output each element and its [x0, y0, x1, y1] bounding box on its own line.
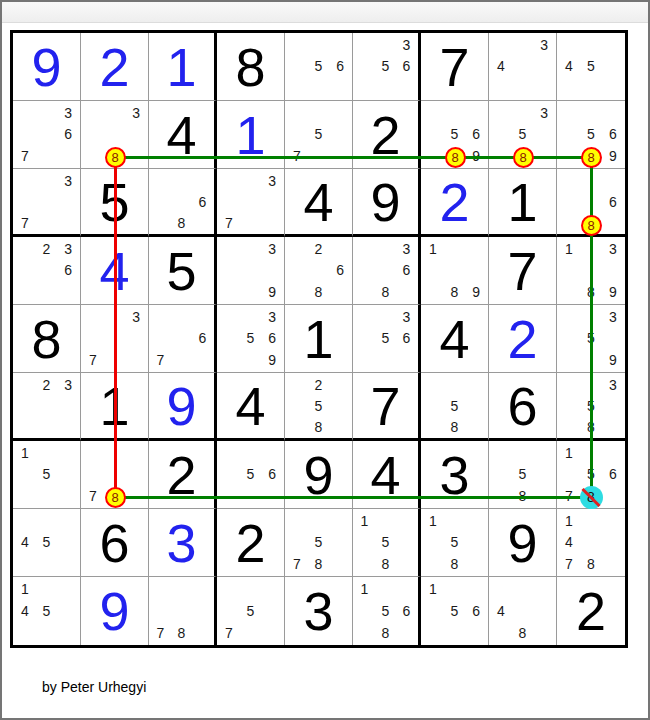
cell-r2c7[interactable]: 5689 [421, 101, 489, 169]
candidate-grid: 15678 [558, 442, 624, 507]
cell-r5c1[interactable]: 8 [13, 305, 81, 373]
candidate-1: 1 [354, 510, 375, 532]
candidate-9: 9 [602, 145, 624, 167]
candidate-8: 8 [580, 416, 602, 437]
candidate-9: 9 [261, 349, 283, 371]
candidate-5: 5 [375, 328, 396, 350]
candidate-9: 9 [602, 349, 624, 371]
candidate-5: 5 [375, 56, 396, 78]
candidate-2: 2 [308, 374, 330, 395]
cell-r5c3[interactable]: 67 [149, 305, 217, 373]
candidate-6: 6 [465, 124, 487, 146]
candidate-7: 7 [558, 553, 580, 575]
cell-r1c3[interactable]: 1 [149, 33, 217, 101]
candidate-grid: 1568 [354, 578, 417, 644]
candidate-1: 1 [558, 510, 580, 532]
candidate-5: 5 [308, 124, 330, 146]
cell-r8c1[interactable]: 45 [13, 509, 81, 577]
candidate-grid: 57 [218, 578, 283, 644]
candidate-5: 5 [580, 328, 602, 350]
cell-r8c2[interactable]: 6 [81, 509, 149, 577]
candidate-5: 5 [444, 395, 466, 416]
candidate-3: 3 [261, 170, 283, 191]
candidate-1: 1 [422, 510, 444, 532]
solved-digit: 7 [489, 237, 556, 304]
candidate-5: 5 [580, 464, 602, 486]
solved-digit: 8 [13, 305, 80, 372]
candidate-7: 7 [286, 553, 308, 575]
candidate-8: 8 [375, 553, 396, 575]
solved-digit: 1 [285, 305, 352, 372]
candidate-3: 3 [57, 238, 79, 260]
candidate-8: 8 [444, 553, 466, 575]
candidate-grid: 258 [286, 374, 351, 437]
cell-r1c7[interactable]: 7 [421, 33, 489, 101]
solved-digit-blue: 1 [217, 101, 284, 168]
candidate-grid: 78 [82, 442, 147, 507]
candidate-grid: 358 [490, 102, 555, 167]
cell-r9c9[interactable]: 2 [557, 577, 625, 645]
cell-r5c7[interactable]: 4 [421, 305, 489, 373]
cell-r6c5[interactable]: 258 [285, 373, 353, 441]
candidate-grid: 3569 [218, 306, 283, 371]
candidate-4: 4 [14, 600, 36, 622]
cell-r5c8[interactable]: 2 [489, 305, 557, 373]
candidate-5: 5 [512, 124, 534, 146]
cell-r4c8[interactable]: 7 [489, 237, 557, 305]
solved-digit-blue: 2 [489, 305, 556, 372]
candidate-grid: 5689 [422, 102, 487, 167]
candidate-8: 8 [444, 416, 466, 437]
candidate-grid: 45 [558, 34, 624, 99]
candidate-grid: 356 [354, 306, 417, 371]
candidate-1: 1 [14, 442, 36, 464]
solved-digit: 4 [149, 101, 214, 168]
candidate-6: 6 [57, 260, 79, 282]
candidate-4: 4 [558, 56, 580, 78]
candidate-3: 3 [57, 374, 79, 395]
candidate-6: 6 [261, 464, 283, 486]
solved-digit: 3 [421, 441, 488, 508]
candidate-8: 8 [308, 416, 330, 437]
candidate-3: 3 [57, 170, 79, 191]
cell-r9c4[interactable]: 57 [217, 577, 285, 645]
candidate-5: 5 [580, 395, 602, 416]
candidate-6: 6 [465, 600, 487, 622]
candidate-6: 6 [396, 56, 417, 78]
cell-r7c6[interactable]: 4 [353, 441, 421, 509]
candidate-7: 7 [558, 485, 580, 507]
candidate-grid: 578 [286, 510, 351, 575]
solved-digit: 4 [285, 169, 352, 234]
cell-r7c4[interactable]: 56 [217, 441, 285, 509]
cell-r6c8[interactable]: 6 [489, 373, 557, 441]
candidate-6: 6 [192, 191, 213, 212]
candidate-grid: 158 [422, 510, 487, 575]
candidate-4: 4 [490, 56, 512, 78]
cell-r4c5[interactable]: 268 [285, 237, 353, 305]
candidate-5: 5 [36, 600, 58, 622]
cell-r6c6[interactable]: 7 [353, 373, 421, 441]
candidate-5: 5 [240, 328, 262, 350]
candidate-6: 6 [57, 124, 79, 146]
candidate-8: 8 [375, 281, 396, 303]
candidate-8: 8 [580, 145, 602, 167]
candidate-3: 3 [396, 306, 417, 328]
candidate-grid: 158 [354, 510, 417, 575]
candidate-grid: 56 [218, 442, 283, 507]
cell-r2c4[interactable]: 1 [217, 101, 285, 169]
cell-r4c3[interactable]: 5 [149, 237, 217, 305]
candidate-grid: 56 [286, 34, 351, 99]
cell-r3c4[interactable]: 37 [217, 169, 285, 237]
candidate-8: 8 [104, 145, 126, 167]
candidate-3: 3 [396, 238, 417, 260]
solved-digit: 6 [81, 509, 148, 576]
candidate-9: 9 [465, 281, 487, 303]
candidate-5: 5 [512, 464, 534, 486]
candidate-3: 3 [261, 306, 283, 328]
candidate-grid: 57 [286, 102, 351, 167]
candidate-6: 6 [329, 56, 351, 78]
candidate-5: 5 [308, 532, 330, 554]
solved-digit: 1 [489, 169, 556, 234]
candidate-7: 7 [82, 349, 104, 371]
cell-r7c8[interactable]: 58 [489, 441, 557, 509]
candidate-grid: 23 [14, 374, 79, 437]
candidate-9: 9 [602, 281, 624, 303]
candidate-4: 4 [14, 532, 36, 554]
candidate-8: 8 [580, 485, 602, 507]
cell-r5c4[interactable]: 3569 [217, 305, 285, 373]
candidate-grid: 268 [286, 238, 351, 303]
cell-r8c5[interactable]: 578 [285, 509, 353, 577]
candidate-grid: 236 [14, 238, 79, 303]
solved-digit: 8 [217, 33, 284, 100]
cell-r1c6[interactable]: 356 [353, 33, 421, 101]
candidate-3: 3 [602, 374, 624, 395]
cell-r6c3[interactable]: 9 [149, 373, 217, 441]
cell-r7c7[interactable]: 3 [421, 441, 489, 509]
solved-digit-blue: 2 [81, 33, 148, 100]
solved-digit: 5 [81, 169, 148, 234]
candidate-5: 5 [444, 600, 466, 622]
candidate-6: 6 [396, 260, 417, 282]
candidate-3: 3 [602, 238, 624, 260]
candidate-3: 3 [261, 238, 283, 260]
candidate-8: 8 [171, 212, 192, 233]
candidate-grid: 34 [490, 34, 555, 99]
candidate-grid: 45 [14, 510, 79, 575]
candidate-8: 8 [308, 281, 330, 303]
cell-r2c5[interactable]: 57 [285, 101, 353, 169]
candidate-5: 5 [240, 600, 262, 622]
solved-digit-blue: 9 [81, 577, 148, 645]
candidate-5: 5 [36, 464, 58, 486]
solved-digit: 9 [353, 169, 418, 234]
cell-r7c5[interactable]: 9 [285, 441, 353, 509]
cell-r9c2[interactable]: 9 [81, 577, 149, 645]
cell-r7c3[interactable]: 2 [149, 441, 217, 509]
candidate-3: 3 [533, 102, 555, 124]
candidate-2: 2 [36, 238, 58, 260]
cell-r6c1[interactable]: 23 [13, 373, 81, 441]
candidate-5: 5 [580, 124, 602, 146]
cell-r9c6[interactable]: 1568 [353, 577, 421, 645]
candidate-1: 1 [422, 578, 444, 600]
candidate-8: 8 [104, 485, 126, 507]
candidate-6: 6 [396, 328, 417, 350]
cell-r2c1[interactable]: 367 [13, 101, 81, 169]
candidate-grid: 189 [422, 238, 487, 303]
cell-r2c6[interactable]: 2 [353, 101, 421, 169]
cell-r5c6[interactable]: 356 [353, 305, 421, 373]
solved-digit: 2 [149, 441, 214, 508]
cell-r8c4[interactable]: 2 [217, 509, 285, 577]
cell-r8c7[interactable]: 158 [421, 509, 489, 577]
candidate-7: 7 [218, 212, 240, 233]
candidate-5: 5 [580, 56, 602, 78]
solved-digit: 2 [557, 577, 625, 645]
candidate-grid: 68 [558, 170, 624, 233]
cell-r4c6[interactable]: 368 [353, 237, 421, 305]
cell-r3c6[interactable]: 9 [353, 169, 421, 237]
solved-digit-blue: 9 [149, 373, 214, 438]
candidate-3: 3 [533, 34, 555, 56]
candidate-grid: 359 [558, 306, 624, 371]
candidate-6: 6 [192, 328, 213, 350]
cell-r5c2[interactable]: 37 [81, 305, 149, 373]
cell-r3c8[interactable]: 1 [489, 169, 557, 237]
cell-r9c7[interactable]: 156 [421, 577, 489, 645]
author-caption: by Peter Urhegyi [42, 679, 146, 695]
cell-r8c8[interactable]: 9 [489, 509, 557, 577]
candidate-5: 5 [308, 56, 330, 78]
candidate-3: 3 [602, 306, 624, 328]
candidate-4: 4 [490, 600, 512, 622]
candidate-grid: 37 [218, 170, 283, 233]
solved-digit: 5 [149, 237, 214, 304]
candidate-3: 3 [396, 34, 417, 56]
solved-digit: 2 [217, 509, 284, 576]
solved-digit: 4 [353, 441, 418, 508]
candidate-grid: 37 [14, 170, 79, 233]
candidate-6: 6 [602, 191, 624, 212]
candidate-grid: 58 [422, 374, 487, 437]
candidate-5: 5 [36, 532, 58, 554]
sudoku-grid: 9218563567344536738415725689358568937568… [13, 33, 625, 645]
solved-digit: 4 [217, 373, 284, 438]
candidate-8: 8 [444, 281, 466, 303]
cell-r2c2[interactable]: 38 [81, 101, 149, 169]
cell-r1c1[interactable]: 9 [13, 33, 81, 101]
cell-r3c5[interactable]: 4 [285, 169, 353, 237]
candidate-7: 7 [14, 212, 36, 233]
candidate-8: 8 [580, 281, 602, 303]
candidate-8: 8 [580, 212, 602, 233]
candidate-7: 7 [286, 145, 308, 167]
solved-digit-blue: 9 [13, 33, 80, 100]
cell-r4c1[interactable]: 236 [13, 237, 81, 305]
solved-digit-blue: 3 [149, 509, 214, 576]
candidate-6: 6 [602, 464, 624, 486]
candidate-8: 8 [171, 622, 192, 644]
cell-r4c4[interactable]: 39 [217, 237, 285, 305]
cell-r1c8[interactable]: 34 [489, 33, 557, 101]
candidate-6: 6 [602, 124, 624, 146]
cell-r2c3[interactable]: 4 [149, 101, 217, 169]
solved-digit: 2 [353, 101, 418, 168]
candidate-grid: 37 [82, 306, 147, 371]
cell-r2c9[interactable]: 5689 [557, 101, 625, 169]
cell-r3c7[interactable]: 2 [421, 169, 489, 237]
cell-r7c9[interactable]: 15678 [557, 441, 625, 509]
candidate-7: 7 [82, 485, 104, 507]
cell-r1c9[interactable]: 45 [557, 33, 625, 101]
solved-digit: 7 [353, 373, 418, 438]
candidate-grid: 68 [150, 170, 213, 233]
cell-r8c9[interactable]: 1478 [557, 509, 625, 577]
solved-digit-blue: 4 [81, 237, 148, 304]
cell-r6c7[interactable]: 58 [421, 373, 489, 441]
candidate-5: 5 [308, 395, 330, 416]
cell-r8c6[interactable]: 158 [353, 509, 421, 577]
candidate-1: 1 [558, 442, 580, 464]
cell-r7c1[interactable]: 15 [13, 441, 81, 509]
candidate-grid: 145 [14, 578, 79, 644]
candidate-grid: 368 [354, 238, 417, 303]
cell-r8c3[interactable]: 3 [149, 509, 217, 577]
cell-r4c9[interactable]: 1389 [557, 237, 625, 305]
candidate-grid: 58 [490, 442, 555, 507]
candidate-5: 5 [375, 600, 396, 622]
cell-r1c2[interactable]: 2 [81, 33, 149, 101]
solved-digit: 4 [421, 305, 488, 372]
candidate-5: 5 [240, 464, 262, 486]
cell-r5c9[interactable]: 359 [557, 305, 625, 373]
candidate-6: 6 [261, 328, 283, 350]
cell-r1c4[interactable]: 8 [217, 33, 285, 101]
candidate-1: 1 [354, 578, 375, 600]
candidate-grid: 39 [218, 238, 283, 303]
candidate-grid: 5689 [558, 102, 624, 167]
candidate-grid: 156 [422, 578, 487, 644]
sudoku-board: 9218563567344536738415725689358568937568… [10, 30, 628, 648]
candidate-grid: 358 [558, 374, 624, 437]
candidate-9: 9 [261, 281, 283, 303]
candidate-3: 3 [57, 102, 79, 124]
cell-r3c9[interactable]: 68 [557, 169, 625, 237]
candidate-8: 8 [512, 622, 534, 644]
candidate-5: 5 [375, 532, 396, 554]
candidate-2: 2 [36, 374, 58, 395]
cell-r9c3[interactable]: 78 [149, 577, 217, 645]
toolbar-strip [2, 2, 648, 23]
solved-digit: 6 [489, 373, 556, 438]
solved-digit: 1 [81, 373, 148, 438]
cell-r2c8[interactable]: 358 [489, 101, 557, 169]
candidate-9: 9 [465, 145, 487, 167]
candidate-grid: 1389 [558, 238, 624, 303]
solved-digit: 7 [421, 33, 488, 100]
candidate-6: 6 [396, 600, 417, 622]
solved-digit-blue: 2 [421, 169, 488, 234]
cell-r9c5[interactable]: 3 [285, 577, 353, 645]
cell-r4c7[interactable]: 189 [421, 237, 489, 305]
candidate-1: 1 [422, 238, 444, 260]
candidate-7: 7 [14, 145, 36, 167]
candidate-8: 8 [580, 553, 602, 575]
cell-r5c5[interactable]: 1 [285, 305, 353, 373]
candidate-5: 5 [444, 532, 466, 554]
cell-r6c9[interactable]: 358 [557, 373, 625, 441]
cell-r3c1[interactable]: 37 [13, 169, 81, 237]
candidate-7: 7 [150, 349, 171, 371]
candidate-grid: 15 [14, 442, 79, 507]
candidate-1: 1 [558, 238, 580, 260]
candidate-7: 7 [150, 622, 171, 644]
cell-r9c1[interactable]: 145 [13, 577, 81, 645]
candidate-6: 6 [329, 260, 351, 282]
candidate-8: 8 [375, 622, 396, 644]
candidate-grid: 38 [82, 102, 147, 167]
candidate-5: 5 [444, 124, 466, 146]
candidate-grid: 67 [150, 306, 213, 371]
candidate-grid: 78 [150, 578, 213, 644]
solved-digit: 9 [285, 441, 352, 508]
candidate-grid: 356 [354, 34, 417, 99]
candidate-8: 8 [444, 145, 466, 167]
candidate-grid: 1478 [558, 510, 624, 575]
solved-digit: 9 [489, 509, 556, 576]
candidate-3: 3 [125, 102, 147, 124]
candidate-8: 8 [308, 553, 330, 575]
screenshot-frame: 9218563567344536738415725689358568937568… [0, 0, 650, 720]
candidate-1: 1 [14, 578, 36, 600]
solved-digit: 3 [285, 577, 352, 645]
candidate-3: 3 [125, 306, 147, 328]
cell-r4c2[interactable]: 4 [81, 237, 149, 305]
candidate-grid: 367 [14, 102, 79, 167]
candidate-4: 4 [558, 532, 580, 554]
candidate-7: 7 [218, 622, 240, 644]
cell-r3c2[interactable]: 5 [81, 169, 149, 237]
solved-digit-blue: 1 [149, 33, 214, 100]
candidate-2: 2 [308, 238, 330, 260]
cell-r9c8[interactable]: 48 [489, 577, 557, 645]
cell-r3c3[interactable]: 68 [149, 169, 217, 237]
cell-r7c2[interactable]: 78 [81, 441, 149, 509]
candidate-8: 8 [512, 485, 534, 507]
candidate-8: 8 [512, 145, 534, 167]
cell-r1c5[interactable]: 56 [285, 33, 353, 101]
cell-r6c2[interactable]: 1 [81, 373, 149, 441]
cell-r6c4[interactable]: 4 [217, 373, 285, 441]
candidate-grid: 48 [490, 578, 555, 644]
